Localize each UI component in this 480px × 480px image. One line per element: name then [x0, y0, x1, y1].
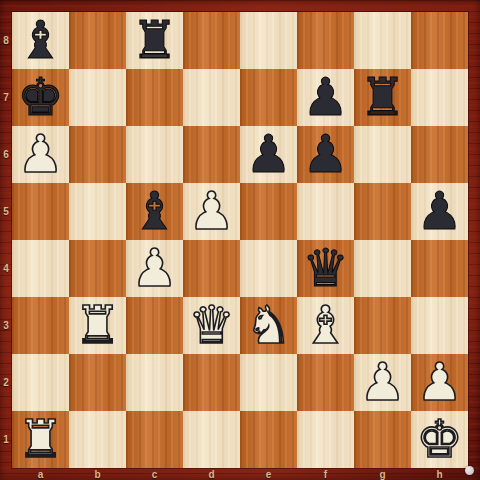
- square-c7[interactable]: [126, 69, 183, 126]
- rank-label-8: 8: [0, 12, 12, 69]
- black-bishop-a8[interactable]: ♝: [17, 12, 64, 69]
- square-h8[interactable]: [411, 12, 468, 69]
- rank-label-6: 6: [0, 126, 12, 183]
- square-g1[interactable]: [354, 411, 411, 468]
- white-bishop-f3[interactable]: ♝: [302, 297, 349, 354]
- black-pawn-f6[interactable]: ♟: [302, 126, 349, 183]
- square-f4[interactable]: ♛: [297, 240, 354, 297]
- square-h3[interactable]: [411, 297, 468, 354]
- square-f6[interactable]: ♟: [297, 126, 354, 183]
- square-g5[interactable]: [354, 183, 411, 240]
- square-a7[interactable]: ♚: [12, 69, 69, 126]
- square-c6[interactable]: [126, 126, 183, 183]
- square-b5[interactable]: [69, 183, 126, 240]
- square-g3[interactable]: [354, 297, 411, 354]
- square-b1[interactable]: [69, 411, 126, 468]
- black-queen-f4[interactable]: ♛: [302, 240, 349, 297]
- square-a4[interactable]: [12, 240, 69, 297]
- white-knight-e3[interactable]: ♞: [245, 297, 292, 354]
- file-label-h: h: [411, 468, 468, 480]
- square-f1[interactable]: [297, 411, 354, 468]
- file-label-f: f: [297, 468, 354, 480]
- file-label-a: a: [12, 468, 69, 480]
- black-king-a7[interactable]: ♚: [17, 69, 64, 126]
- square-d7[interactable]: [183, 69, 240, 126]
- square-a6[interactable]: ♟: [12, 126, 69, 183]
- white-pawn-d5[interactable]: ♟: [188, 183, 235, 240]
- rank-label-1: 1: [0, 411, 12, 468]
- square-g6[interactable]: [354, 126, 411, 183]
- file-label-g: g: [354, 468, 411, 480]
- square-h4[interactable]: [411, 240, 468, 297]
- rank-label-5: 5: [0, 183, 12, 240]
- white-queen-d3[interactable]: ♛: [188, 297, 235, 354]
- square-a3[interactable]: [12, 297, 69, 354]
- white-pawn-h2[interactable]: ♟: [416, 354, 463, 411]
- black-rook-c8[interactable]: ♜: [131, 12, 178, 69]
- file-label-d: d: [183, 468, 240, 480]
- square-g8[interactable]: [354, 12, 411, 69]
- square-h1[interactable]: ♚: [411, 411, 468, 468]
- board-frame: ♝♜♚♟♜♟♟♟♝♟♟♟♛♜♛♞♝♟♟♜♚ 87654321abcdefgh: [0, 0, 480, 480]
- white-pawn-a6[interactable]: ♟: [17, 126, 64, 183]
- square-e8[interactable]: [240, 12, 297, 69]
- black-pawn-e6[interactable]: ♟: [245, 126, 292, 183]
- white-pawn-c4[interactable]: ♟: [131, 240, 178, 297]
- square-c4[interactable]: ♟: [126, 240, 183, 297]
- square-a2[interactable]: [12, 354, 69, 411]
- square-g2[interactable]: ♟: [354, 354, 411, 411]
- board: ♝♜♚♟♜♟♟♟♝♟♟♟♛♜♛♞♝♟♟♜♚: [12, 12, 468, 468]
- square-d1[interactable]: [183, 411, 240, 468]
- square-b3[interactable]: ♜: [69, 297, 126, 354]
- square-b8[interactable]: [69, 12, 126, 69]
- square-e7[interactable]: [240, 69, 297, 126]
- square-d2[interactable]: [183, 354, 240, 411]
- square-b6[interactable]: [69, 126, 126, 183]
- square-f5[interactable]: [297, 183, 354, 240]
- square-d4[interactable]: [183, 240, 240, 297]
- rank-label-3: 3: [0, 297, 12, 354]
- square-f2[interactable]: [297, 354, 354, 411]
- file-label-b: b: [69, 468, 126, 480]
- square-a5[interactable]: [12, 183, 69, 240]
- black-rook-g7[interactable]: ♜: [359, 69, 406, 126]
- square-c1[interactable]: [126, 411, 183, 468]
- square-e4[interactable]: [240, 240, 297, 297]
- square-e5[interactable]: [240, 183, 297, 240]
- file-label-c: c: [126, 468, 183, 480]
- square-g4[interactable]: [354, 240, 411, 297]
- square-d8[interactable]: [183, 12, 240, 69]
- white-pawn-g2[interactable]: ♟: [359, 354, 406, 411]
- square-a8[interactable]: ♝: [12, 12, 69, 69]
- black-pawn-h5[interactable]: ♟: [416, 183, 463, 240]
- square-g7[interactable]: ♜: [354, 69, 411, 126]
- rank-label-7: 7: [0, 69, 12, 126]
- square-d6[interactable]: [183, 126, 240, 183]
- black-bishop-c5[interactable]: ♝: [131, 183, 178, 240]
- square-c5[interactable]: ♝: [126, 183, 183, 240]
- rank-label-4: 4: [0, 240, 12, 297]
- square-d5[interactable]: ♟: [183, 183, 240, 240]
- rank-label-2: 2: [0, 354, 12, 411]
- white-rook-b3[interactable]: ♜: [74, 297, 121, 354]
- square-e1[interactable]: [240, 411, 297, 468]
- white-rook-a1[interactable]: ♜: [17, 411, 64, 468]
- square-f8[interactable]: [297, 12, 354, 69]
- square-d3[interactable]: ♛: [183, 297, 240, 354]
- square-b4[interactable]: [69, 240, 126, 297]
- square-e6[interactable]: ♟: [240, 126, 297, 183]
- file-label-e: e: [240, 468, 297, 480]
- square-e3[interactable]: ♞: [240, 297, 297, 354]
- square-h6[interactable]: [411, 126, 468, 183]
- square-f7[interactable]: ♟: [297, 69, 354, 126]
- square-e2[interactable]: [240, 354, 297, 411]
- square-c8[interactable]: ♜: [126, 12, 183, 69]
- square-c2[interactable]: [126, 354, 183, 411]
- square-c3[interactable]: [126, 297, 183, 354]
- square-h5[interactable]: ♟: [411, 183, 468, 240]
- square-h7[interactable]: [411, 69, 468, 126]
- square-h2[interactable]: ♟: [411, 354, 468, 411]
- black-pawn-f7[interactable]: ♟: [302, 69, 349, 126]
- square-b2[interactable]: [69, 354, 126, 411]
- white-king-h1[interactable]: ♚: [416, 411, 463, 468]
- square-f3[interactable]: ♝: [297, 297, 354, 354]
- square-a1[interactable]: ♜: [12, 411, 69, 468]
- square-b7[interactable]: [69, 69, 126, 126]
